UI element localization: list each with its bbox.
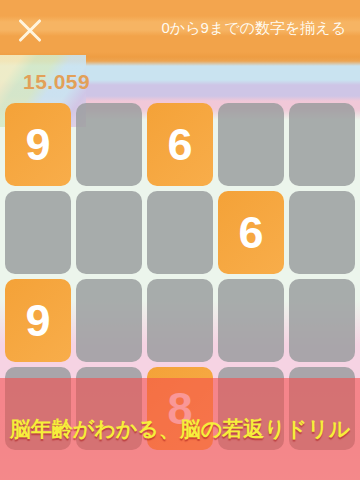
empty-tile[interactable] xyxy=(218,103,284,186)
game-screen: 0から9までの数字を揃える 15.059 96698 脳年齢がわかる、脳の若返り… xyxy=(0,0,360,480)
empty-tile[interactable] xyxy=(289,279,355,362)
number-tile[interactable]: 9 xyxy=(5,279,71,362)
number-tile[interactable]: 6 xyxy=(218,191,284,274)
top-bar: 0から9までの数字を揃える xyxy=(0,0,360,56)
promo-banner-text: 脳年齢がわかる、脳の若返りドリル xyxy=(10,415,350,443)
empty-tile[interactable] xyxy=(289,103,355,186)
empty-tile[interactable] xyxy=(5,191,71,274)
empty-tile[interactable] xyxy=(76,103,142,186)
timer-display: 15.059 xyxy=(23,70,90,94)
promo-banner[interactable]: 脳年齢がわかる、脳の若返りドリル xyxy=(0,378,360,480)
number-tile[interactable]: 9 xyxy=(5,103,71,186)
instruction-text: 0から9までの数字を揃える xyxy=(162,0,347,56)
empty-tile[interactable] xyxy=(218,279,284,362)
empty-tile[interactable] xyxy=(147,279,213,362)
empty-tile[interactable] xyxy=(76,191,142,274)
empty-tile[interactable] xyxy=(76,279,142,362)
empty-tile[interactable] xyxy=(147,191,213,274)
number-tile[interactable]: 6 xyxy=(147,103,213,186)
close-icon[interactable] xyxy=(17,17,43,43)
empty-tile[interactable] xyxy=(289,191,355,274)
